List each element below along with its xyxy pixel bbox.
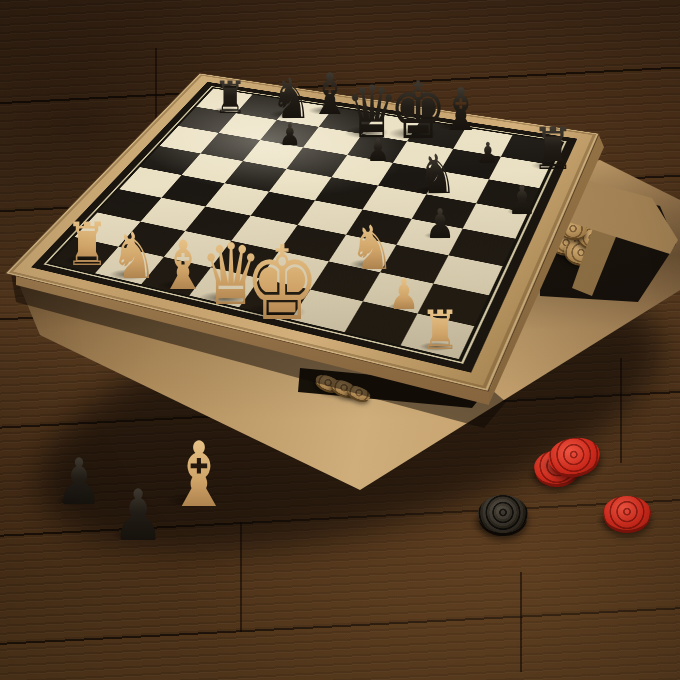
piece-black-pawn: ♟ bbox=[112, 480, 164, 551]
plank-joint bbox=[520, 572, 522, 672]
black-checker bbox=[478, 495, 528, 533]
red-checker bbox=[603, 496, 651, 530]
piece-white-knight-f3: ♞ bbox=[350, 217, 395, 278]
piece-white-knight-b1: ♞ bbox=[110, 224, 157, 288]
piece-black-pawn-c7: ♟ bbox=[279, 120, 301, 150]
piece-white-king-e1: ♚ bbox=[244, 232, 320, 335]
piece-black-bishop-f8: ♝ bbox=[439, 80, 482, 139]
piece-black-pawn-e7: ♟ bbox=[366, 134, 390, 166]
piece-white-rook-a1: ♜ bbox=[65, 214, 109, 274]
piece-black-pawn-g7: ♟ bbox=[477, 139, 498, 168]
piece-black-pawn-h6: ♟ bbox=[507, 180, 536, 220]
piece-white-pawn-g2: ♟ bbox=[389, 274, 420, 316]
piece-black-knight-f6: ♞ bbox=[417, 148, 457, 202]
piece-black-pawn-g5: ♟ bbox=[425, 204, 455, 245]
piece-black-rook-h8: ♜ bbox=[532, 120, 575, 178]
piece-white-bishop: ♝ bbox=[166, 430, 232, 520]
piece-black-rook-a8: ♜ bbox=[213, 75, 246, 120]
product-photo-chess-set: ♜♞♝♛♚♝♜♟♟♟♞♟♟♜♞♝♛♚♞♟♜ ♟♟♝ bbox=[0, 0, 680, 680]
piece-black-pawn: ♟ bbox=[55, 450, 102, 514]
piece-white-rook-h1: ♜ bbox=[420, 304, 460, 358]
